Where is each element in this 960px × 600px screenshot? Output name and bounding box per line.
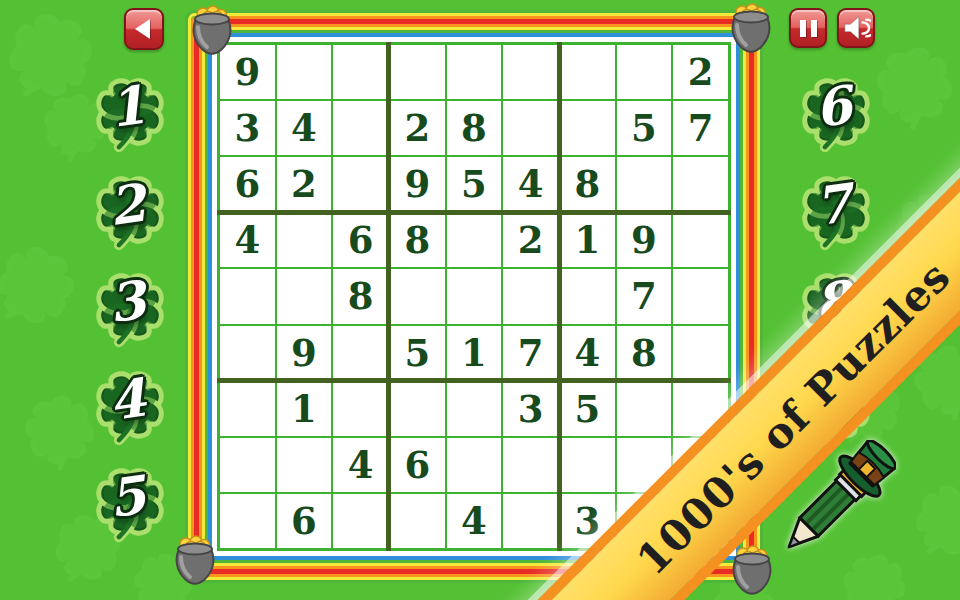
sudoku-cell-r1c6[interactable] <box>502 44 559 100</box>
clover-watermark <box>886 457 960 587</box>
sudoku-cell-r8c2[interactable] <box>276 437 333 493</box>
sudoku-cell-r2c2[interactable]: 4 <box>276 100 333 156</box>
sudoku-cell-r5c6[interactable] <box>502 268 559 324</box>
sudoku-cell-r9c4[interactable] <box>389 493 446 549</box>
sudoku-grid: 923428576295484682198795174813546643 <box>217 42 731 551</box>
sudoku-cell-r2c6[interactable] <box>502 100 559 156</box>
number-button-label: 2 <box>78 168 176 241</box>
pause-icon <box>800 20 806 37</box>
sudoku-cell-r6c7[interactable]: 4 <box>559 325 616 381</box>
sudoku-cell-r4c1[interactable]: 4 <box>219 212 276 268</box>
sudoku-cell-r1c7[interactable] <box>559 44 616 100</box>
sudoku-cell-r7c6[interactable]: 3 <box>502 381 559 437</box>
pot-of-gold-icon <box>171 534 219 592</box>
sudoku-cell-r9c5[interactable]: 4 <box>446 493 503 549</box>
sudoku-cell-r4c2[interactable] <box>276 212 333 268</box>
sudoku-cell-r2c4[interactable]: 2 <box>389 100 446 156</box>
sudoku-cell-r2c7[interactable] <box>559 100 616 156</box>
sudoku-cell-r6c3[interactable] <box>332 325 389 381</box>
sudoku-cell-r2c5[interactable]: 8 <box>446 100 503 156</box>
pot-of-gold-icon <box>728 544 776 600</box>
sudoku-cell-r5c9[interactable] <box>672 268 729 324</box>
pot-of-gold-icon <box>188 4 236 62</box>
sudoku-cell-r8c3[interactable]: 4 <box>332 437 389 493</box>
number-button-label: 1 <box>78 70 176 143</box>
sudoku-cell-r7c1[interactable] <box>219 381 276 437</box>
sudoku-cell-r3c8[interactable] <box>616 156 673 212</box>
sudoku-cell-r1c8[interactable] <box>616 44 673 100</box>
sudoku-cell-r6c2[interactable]: 9 <box>276 325 333 381</box>
sudoku-cell-r1c2[interactable] <box>276 44 333 100</box>
sudoku-cell-r2c8[interactable]: 5 <box>616 100 673 156</box>
sudoku-cell-r3c5[interactable]: 5 <box>446 156 503 212</box>
sudoku-cell-r5c8[interactable]: 7 <box>616 268 673 324</box>
sudoku-cell-r1c5[interactable] <box>446 44 503 100</box>
sudoku-cell-r9c3[interactable] <box>332 493 389 549</box>
back-arrow-icon <box>135 19 150 39</box>
sound-button[interactable] <box>837 8 875 48</box>
sudoku-cell-r4c9[interactable] <box>672 212 729 268</box>
sudoku-cell-r1c4[interactable] <box>389 44 446 100</box>
sudoku-cell-r4c3[interactable]: 6 <box>332 212 389 268</box>
sudoku-cell-r2c1[interactable]: 3 <box>219 100 276 156</box>
number-button-label: 7 <box>784 168 882 241</box>
speaker-icon <box>841 14 871 42</box>
number-button-label: 3 <box>78 265 176 338</box>
sudoku-cell-r5c1[interactable] <box>219 268 276 324</box>
sudoku-cell-r7c3[interactable] <box>332 381 389 437</box>
sudoku-cell-r2c3[interactable] <box>332 100 389 156</box>
sudoku-cell-r6c1[interactable] <box>219 325 276 381</box>
sudoku-cell-r5c7[interactable] <box>559 268 616 324</box>
sudoku-cell-r3c3[interactable] <box>332 156 389 212</box>
sudoku-cell-r4c7[interactable]: 1 <box>559 212 616 268</box>
back-button[interactable] <box>124 8 164 50</box>
sudoku-cell-r8c6[interactable] <box>502 437 559 493</box>
number-button-label: 6 <box>784 70 882 143</box>
sudoku-cell-r7c4[interactable] <box>389 381 446 437</box>
number-button-4[interactable]: 4 <box>82 357 178 453</box>
sudoku-cell-r6c6[interactable]: 7 <box>502 325 559 381</box>
pause-button[interactable] <box>789 8 827 48</box>
number-button-5[interactable]: 5 <box>82 454 178 550</box>
sudoku-cell-r2c9[interactable]: 7 <box>672 100 729 156</box>
sudoku-cell-r9c6[interactable] <box>502 493 559 549</box>
sudoku-cell-r3c9[interactable] <box>672 156 729 212</box>
sudoku-cell-r7c2[interactable]: 1 <box>276 381 333 437</box>
sudoku-cell-r3c7[interactable]: 8 <box>559 156 616 212</box>
sudoku-cell-r6c4[interactable]: 5 <box>389 325 446 381</box>
sudoku-cell-r6c9[interactable] <box>672 325 729 381</box>
sudoku-cell-r5c2[interactable] <box>276 268 333 324</box>
sudoku-cell-r3c1[interactable]: 6 <box>219 156 276 212</box>
number-button-label: 5 <box>78 460 176 533</box>
sudoku-cell-r1c9[interactable]: 2 <box>672 44 729 100</box>
sudoku-cell-r9c2[interactable]: 6 <box>276 493 333 549</box>
sudoku-cell-r4c4[interactable]: 8 <box>389 212 446 268</box>
sudoku-cell-r7c5[interactable] <box>446 381 503 437</box>
sudoku-cell-r8c5[interactable] <box>446 437 503 493</box>
sudoku-cell-r8c4[interactable]: 6 <box>389 437 446 493</box>
number-button-6[interactable]: 6 <box>788 64 884 160</box>
sudoku-cell-r5c3[interactable]: 8 <box>332 268 389 324</box>
sudoku-cell-r4c6[interactable]: 2 <box>502 212 559 268</box>
sudoku-cell-r8c1[interactable] <box>219 437 276 493</box>
sudoku-cell-r3c6[interactable]: 4 <box>502 156 559 212</box>
sudoku-cell-r7c8[interactable] <box>616 381 673 437</box>
pot-of-gold-icon <box>727 2 775 60</box>
number-button-label: 4 <box>78 363 176 436</box>
game-screen: 923428576295484682198795174813546643 123… <box>0 0 960 600</box>
number-button-3[interactable]: 3 <box>82 259 178 355</box>
number-button-1[interactable]: 1 <box>82 64 178 160</box>
sudoku-cell-r7c7[interactable]: 5 <box>559 381 616 437</box>
sudoku-cell-r6c8[interactable]: 8 <box>616 325 673 381</box>
sudoku-cell-r3c2[interactable]: 2 <box>276 156 333 212</box>
number-button-7[interactable]: 7 <box>788 162 884 258</box>
sudoku-cell-r9c1[interactable] <box>219 493 276 549</box>
sudoku-cell-r8c7[interactable] <box>559 437 616 493</box>
sudoku-cell-r5c4[interactable] <box>389 268 446 324</box>
sudoku-cell-r4c5[interactable] <box>446 212 503 268</box>
sudoku-cell-r3c4[interactable]: 9 <box>389 156 446 212</box>
sudoku-cell-r5c5[interactable] <box>446 268 503 324</box>
sudoku-cell-r6c5[interactable]: 1 <box>446 325 503 381</box>
sudoku-cell-r4c8[interactable]: 9 <box>616 212 673 268</box>
number-button-2[interactable]: 2 <box>82 162 178 258</box>
sudoku-cell-r1c3[interactable] <box>332 44 389 100</box>
